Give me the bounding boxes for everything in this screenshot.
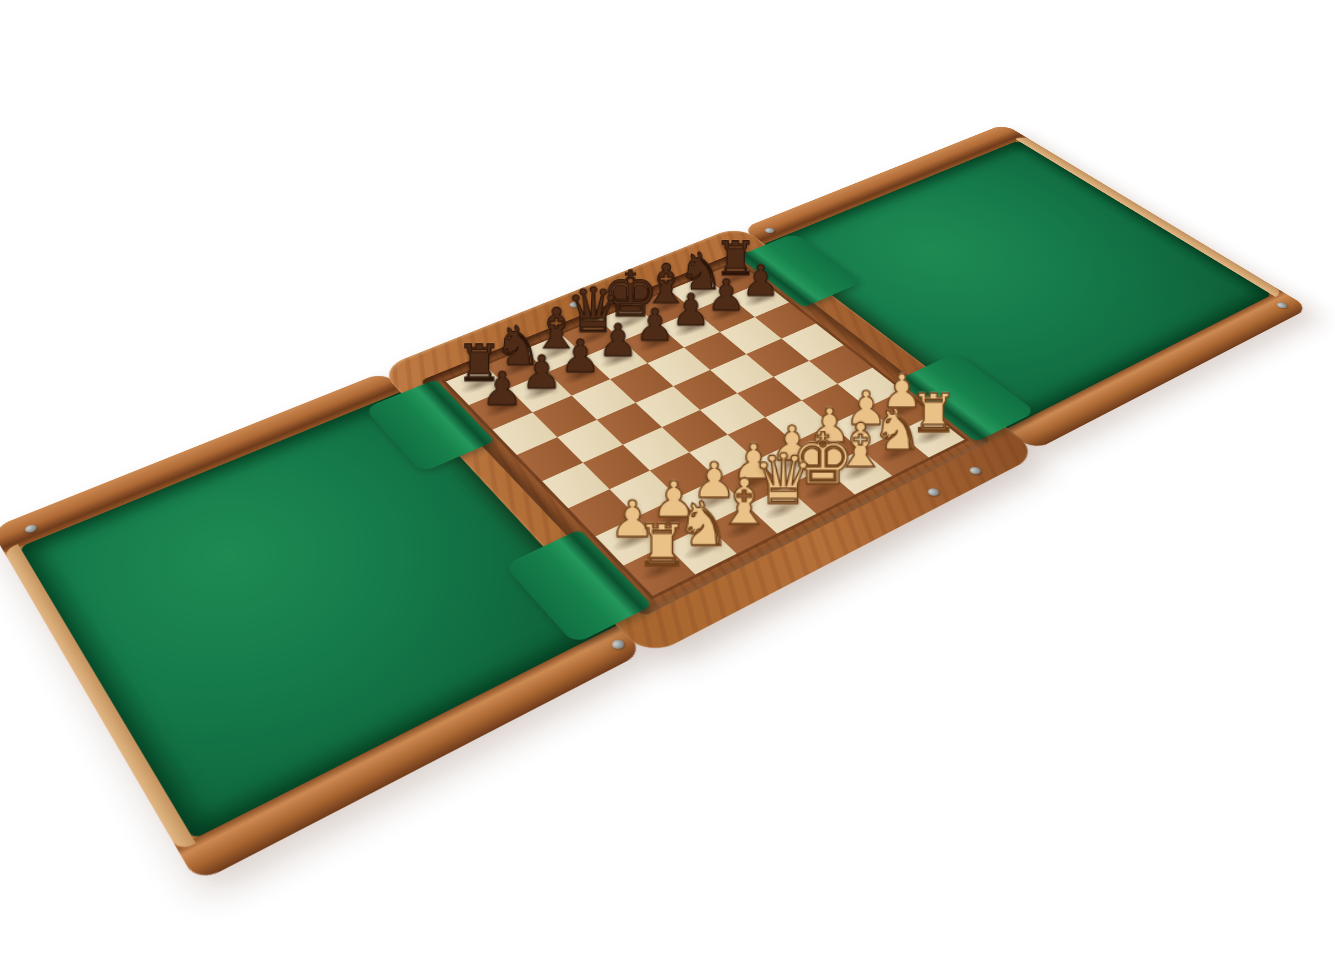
chess-box-plane: ♜♞♝♛♚♝♞♜♟♟♟♟♟♟♟♟♟♟♟♟♟♟♟♟♜♞♝♛♚♝♞♜ (0, 122, 1315, 890)
white-rook-glyph: ♜ (635, 519, 687, 572)
scene: ♜♞♝♛♚♝♞♜♟♟♟♟♟♟♟♟♟♟♟♟♟♟♟♟♜♞♝♛♚♝♞♜ (0, 0, 1335, 961)
black-pawn-glyph: ♟ (482, 368, 524, 411)
